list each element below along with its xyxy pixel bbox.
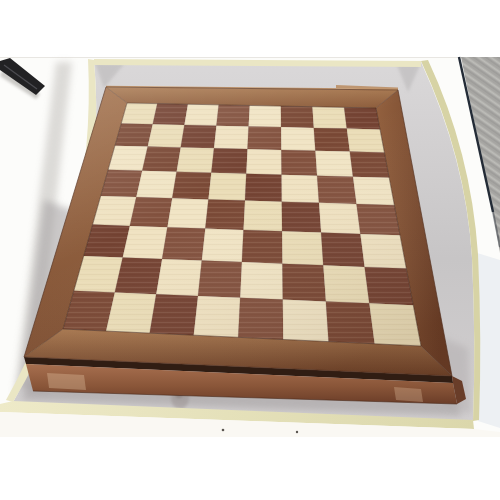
photo-canvas: [0, 0, 500, 500]
board-photo: [0, 0, 500, 500]
wall-speck-2: [296, 431, 298, 433]
wall-speck-1: [222, 429, 225, 432]
chest-hinge-right: [394, 387, 423, 402]
chest-hinge-left: [47, 373, 86, 390]
